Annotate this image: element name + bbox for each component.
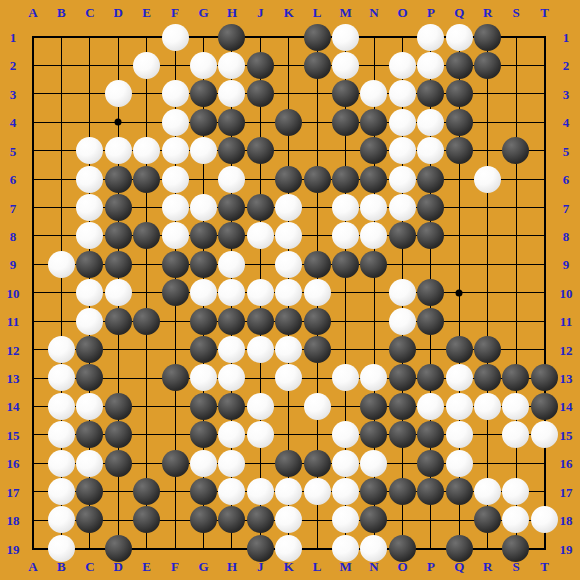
intersection-G16[interactable] [189,449,217,477]
intersection-F10[interactable] [161,278,189,306]
intersection-K7[interactable] [274,193,302,221]
intersection-B3[interactable] [47,80,75,108]
intersection-E14[interactable] [132,392,160,420]
intersection-T12[interactable] [530,335,558,363]
intersection-G4[interactable] [189,108,217,136]
intersection-C15[interactable] [76,420,104,448]
intersection-T5[interactable] [530,136,558,164]
intersection-M4[interactable] [331,108,359,136]
intersection-H1[interactable] [218,23,246,51]
intersection-C12[interactable] [76,335,104,363]
intersection-T9[interactable] [530,250,558,278]
intersection-R14[interactable] [473,392,501,420]
intersection-C18[interactable] [76,506,104,534]
intersection-O13[interactable] [388,364,416,392]
intersection-E13[interactable] [132,364,160,392]
intersection-P3[interactable] [416,80,444,108]
intersection-C10[interactable] [76,278,104,306]
intersection-N11[interactable] [360,307,388,335]
intersection-S8[interactable] [502,222,530,250]
intersection-T18[interactable] [530,506,558,534]
intersection-Q4[interactable] [445,108,473,136]
intersection-K12[interactable] [274,335,302,363]
intersection-R13[interactable] [473,364,501,392]
intersection-K17[interactable] [274,477,302,505]
intersection-E4[interactable] [132,108,160,136]
intersection-K5[interactable] [274,136,302,164]
intersection-A2[interactable] [19,51,47,79]
intersection-R18[interactable] [473,506,501,534]
intersection-P7[interactable] [416,193,444,221]
intersection-G17[interactable] [189,477,217,505]
intersection-B5[interactable] [47,136,75,164]
intersection-H18[interactable] [218,506,246,534]
intersection-A15[interactable] [19,420,47,448]
intersection-E17[interactable] [132,477,160,505]
intersection-A4[interactable] [19,108,47,136]
intersection-D16[interactable] [104,449,132,477]
intersection-O15[interactable] [388,420,416,448]
intersection-J3[interactable] [246,80,274,108]
intersection-S12[interactable] [502,335,530,363]
intersection-M3[interactable] [331,80,359,108]
intersection-F7[interactable] [161,193,189,221]
intersection-B14[interactable] [47,392,75,420]
intersection-C8[interactable] [76,222,104,250]
intersection-E5[interactable] [132,136,160,164]
intersection-R8[interactable] [473,222,501,250]
intersection-D12[interactable] [104,335,132,363]
intersection-C11[interactable] [76,307,104,335]
intersection-R10[interactable] [473,278,501,306]
intersection-J6[interactable] [246,165,274,193]
intersection-N12[interactable] [360,335,388,363]
intersection-T13[interactable] [530,364,558,392]
intersection-B8[interactable] [47,222,75,250]
intersection-A9[interactable] [19,250,47,278]
intersection-A14[interactable] [19,392,47,420]
intersection-F9[interactable] [161,250,189,278]
intersection-A8[interactable] [19,222,47,250]
intersection-T10[interactable] [530,278,558,306]
intersection-M13[interactable] [331,364,359,392]
intersection-P12[interactable] [416,335,444,363]
intersection-J9[interactable] [246,250,274,278]
intersection-H16[interactable] [218,449,246,477]
intersection-O10[interactable] [388,278,416,306]
intersection-M7[interactable] [331,193,359,221]
intersection-P15[interactable] [416,420,444,448]
intersection-H6[interactable] [218,165,246,193]
intersection-E10[interactable] [132,278,160,306]
intersection-J7[interactable] [246,193,274,221]
intersection-C17[interactable] [76,477,104,505]
intersection-L14[interactable] [303,392,331,420]
intersection-F17[interactable] [161,477,189,505]
intersection-N18[interactable] [360,506,388,534]
intersection-P13[interactable] [416,364,444,392]
intersection-L6[interactable] [303,165,331,193]
intersection-P16[interactable] [416,449,444,477]
intersection-P10[interactable] [416,278,444,306]
intersection-F18[interactable] [161,506,189,534]
intersection-S7[interactable] [502,193,530,221]
intersection-Q1[interactable] [445,23,473,51]
intersection-G3[interactable] [189,80,217,108]
intersection-H10[interactable] [218,278,246,306]
intersection-T15[interactable] [530,420,558,448]
intersection-P1[interactable] [416,23,444,51]
intersection-D9[interactable] [104,250,132,278]
intersection-K11[interactable] [274,307,302,335]
intersection-M8[interactable] [331,222,359,250]
intersection-A16[interactable] [19,449,47,477]
intersection-Q15[interactable] [445,420,473,448]
intersection-E7[interactable] [132,193,160,221]
intersection-F13[interactable] [161,364,189,392]
intersection-R3[interactable] [473,80,501,108]
intersection-R1[interactable] [473,23,501,51]
intersection-A18[interactable] [19,506,47,534]
intersection-J14[interactable] [246,392,274,420]
intersection-H12[interactable] [218,335,246,363]
intersection-L12[interactable] [303,335,331,363]
intersection-M2[interactable] [331,51,359,79]
intersection-D17[interactable] [104,477,132,505]
intersection-P18[interactable] [416,506,444,534]
intersection-S1[interactable] [502,23,530,51]
intersection-P11[interactable] [416,307,444,335]
intersection-B2[interactable] [47,51,75,79]
intersection-B7[interactable] [47,193,75,221]
intersection-M12[interactable] [331,335,359,363]
intersection-O6[interactable] [388,165,416,193]
intersection-M1[interactable] [331,23,359,51]
intersection-F8[interactable] [161,222,189,250]
intersection-T3[interactable] [530,80,558,108]
intersection-L7[interactable] [303,193,331,221]
intersection-Q16[interactable] [445,449,473,477]
intersection-Q11[interactable] [445,307,473,335]
intersection-N8[interactable] [360,222,388,250]
intersection-R9[interactable] [473,250,501,278]
intersection-N10[interactable] [360,278,388,306]
intersection-R6[interactable] [473,165,501,193]
intersection-H9[interactable] [218,250,246,278]
intersection-G7[interactable] [189,193,217,221]
intersection-J17[interactable] [246,477,274,505]
intersection-E1[interactable] [132,23,160,51]
intersection-G18[interactable] [189,506,217,534]
intersection-D4[interactable] [104,108,132,136]
intersection-R7[interactable] [473,193,501,221]
intersection-B6[interactable] [47,165,75,193]
intersection-F14[interactable] [161,392,189,420]
intersection-P4[interactable] [416,108,444,136]
intersection-B10[interactable] [47,278,75,306]
intersection-P9[interactable] [416,250,444,278]
intersection-F2[interactable] [161,51,189,79]
intersection-M6[interactable] [331,165,359,193]
intersection-K6[interactable] [274,165,302,193]
intersection-K10[interactable] [274,278,302,306]
intersection-H3[interactable] [218,80,246,108]
intersection-R15[interactable] [473,420,501,448]
intersection-A5[interactable] [19,136,47,164]
intersection-O16[interactable] [388,449,416,477]
intersection-S18[interactable] [502,506,530,534]
intersection-G5[interactable] [189,136,217,164]
intersection-D2[interactable] [104,51,132,79]
intersection-D11[interactable] [104,307,132,335]
intersection-Q7[interactable] [445,193,473,221]
intersection-C5[interactable] [76,136,104,164]
intersection-S3[interactable] [502,80,530,108]
intersection-R2[interactable] [473,51,501,79]
intersection-J18[interactable] [246,506,274,534]
intersection-O11[interactable] [388,307,416,335]
intersection-L9[interactable] [303,250,331,278]
intersection-N5[interactable] [360,136,388,164]
intersection-H11[interactable] [218,307,246,335]
intersection-T1[interactable] [530,23,558,51]
intersection-N16[interactable] [360,449,388,477]
intersection-C1[interactable] [76,23,104,51]
intersection-G14[interactable] [189,392,217,420]
intersection-J10[interactable] [246,278,274,306]
intersection-K18[interactable] [274,506,302,534]
intersection-P14[interactable] [416,392,444,420]
intersection-G12[interactable] [189,335,217,363]
intersection-F15[interactable] [161,420,189,448]
intersection-T14[interactable] [530,392,558,420]
intersection-M15[interactable] [331,420,359,448]
intersection-E11[interactable] [132,307,160,335]
intersection-L3[interactable] [303,80,331,108]
intersection-E3[interactable] [132,80,160,108]
intersection-O1[interactable] [388,23,416,51]
intersection-S6[interactable] [502,165,530,193]
intersection-H15[interactable] [218,420,246,448]
intersection-J5[interactable] [246,136,274,164]
intersection-J4[interactable] [246,108,274,136]
intersection-H8[interactable] [218,222,246,250]
intersection-N1[interactable] [360,23,388,51]
intersection-T7[interactable] [530,193,558,221]
intersection-R17[interactable] [473,477,501,505]
intersection-K16[interactable] [274,449,302,477]
intersection-B1[interactable] [47,23,75,51]
intersection-J12[interactable] [246,335,274,363]
intersection-B15[interactable] [47,420,75,448]
intersection-L8[interactable] [303,222,331,250]
intersection-S14[interactable] [502,392,530,420]
intersection-A10[interactable] [19,278,47,306]
intersection-J15[interactable] [246,420,274,448]
intersection-S11[interactable] [502,307,530,335]
intersection-J16[interactable] [246,449,274,477]
intersection-B11[interactable] [47,307,75,335]
intersection-J1[interactable] [246,23,274,51]
intersection-F1[interactable] [161,23,189,51]
intersection-O17[interactable] [388,477,416,505]
intersection-A11[interactable] [19,307,47,335]
intersection-M14[interactable] [331,392,359,420]
intersection-E18[interactable] [132,506,160,534]
intersection-K4[interactable] [274,108,302,136]
intersection-M18[interactable] [331,506,359,534]
intersection-Q12[interactable] [445,335,473,363]
intersection-Q5[interactable] [445,136,473,164]
intersection-F3[interactable] [161,80,189,108]
intersection-L17[interactable] [303,477,331,505]
intersection-C16[interactable] [76,449,104,477]
intersection-G9[interactable] [189,250,217,278]
intersection-P17[interactable] [416,477,444,505]
intersection-M9[interactable] [331,250,359,278]
intersection-Q10[interactable] [445,278,473,306]
intersection-O2[interactable] [388,51,416,79]
intersection-K15[interactable] [274,420,302,448]
intersection-S10[interactable] [502,278,530,306]
intersection-D13[interactable] [104,364,132,392]
intersection-K13[interactable] [274,364,302,392]
intersection-G10[interactable] [189,278,217,306]
intersection-A7[interactable] [19,193,47,221]
intersection-J2[interactable] [246,51,274,79]
intersection-A13[interactable] [19,364,47,392]
intersection-F6[interactable] [161,165,189,193]
intersection-G1[interactable] [189,23,217,51]
intersection-H4[interactable] [218,108,246,136]
intersection-K9[interactable] [274,250,302,278]
intersection-Q18[interactable] [445,506,473,534]
intersection-Q9[interactable] [445,250,473,278]
intersection-C14[interactable] [76,392,104,420]
intersection-H13[interactable] [218,364,246,392]
intersection-K2[interactable] [274,51,302,79]
intersection-T8[interactable] [530,222,558,250]
intersection-L16[interactable] [303,449,331,477]
intersection-Q2[interactable] [445,51,473,79]
intersection-Q17[interactable] [445,477,473,505]
intersection-E2[interactable] [132,51,160,79]
intersection-E16[interactable] [132,449,160,477]
intersection-F12[interactable] [161,335,189,363]
intersection-D7[interactable] [104,193,132,221]
intersection-K8[interactable] [274,222,302,250]
intersection-B13[interactable] [47,364,75,392]
intersection-S16[interactable] [502,449,530,477]
intersection-G6[interactable] [189,165,217,193]
intersection-Q6[interactable] [445,165,473,193]
intersection-C9[interactable] [76,250,104,278]
intersection-E9[interactable] [132,250,160,278]
intersection-N2[interactable] [360,51,388,79]
intersection-D14[interactable] [104,392,132,420]
intersection-G15[interactable] [189,420,217,448]
intersection-Q3[interactable] [445,80,473,108]
intersection-D8[interactable] [104,222,132,250]
intersection-G8[interactable] [189,222,217,250]
intersection-T2[interactable] [530,51,558,79]
intersection-D1[interactable] [104,23,132,51]
intersection-S9[interactable] [502,250,530,278]
intersection-S13[interactable] [502,364,530,392]
intersection-M5[interactable] [331,136,359,164]
intersection-H17[interactable] [218,477,246,505]
intersection-D15[interactable] [104,420,132,448]
intersection-T11[interactable] [530,307,558,335]
intersection-H7[interactable] [218,193,246,221]
intersection-L10[interactable] [303,278,331,306]
intersection-L15[interactable] [303,420,331,448]
intersection-N9[interactable] [360,250,388,278]
intersection-Q13[interactable] [445,364,473,392]
intersection-A17[interactable] [19,477,47,505]
intersection-O7[interactable] [388,193,416,221]
intersection-N3[interactable] [360,80,388,108]
intersection-S17[interactable] [502,477,530,505]
intersection-O3[interactable] [388,80,416,108]
intersection-N7[interactable] [360,193,388,221]
intersection-O8[interactable] [388,222,416,250]
intersection-A1[interactable] [19,23,47,51]
intersection-S2[interactable] [502,51,530,79]
intersection-G11[interactable] [189,307,217,335]
intersection-B9[interactable] [47,250,75,278]
intersection-M16[interactable] [331,449,359,477]
intersection-J11[interactable] [246,307,274,335]
intersection-C13[interactable] [76,364,104,392]
intersection-L4[interactable] [303,108,331,136]
intersection-E6[interactable] [132,165,160,193]
intersection-B12[interactable] [47,335,75,363]
intersection-O9[interactable] [388,250,416,278]
intersection-S4[interactable] [502,108,530,136]
intersection-D10[interactable] [104,278,132,306]
intersection-N6[interactable] [360,165,388,193]
intersection-T17[interactable] [530,477,558,505]
intersection-N4[interactable] [360,108,388,136]
intersection-O18[interactable] [388,506,416,534]
intersection-R16[interactable] [473,449,501,477]
intersection-P5[interactable] [416,136,444,164]
intersection-O12[interactable] [388,335,416,363]
intersection-F4[interactable] [161,108,189,136]
intersection-N13[interactable] [360,364,388,392]
intersection-N17[interactable] [360,477,388,505]
intersection-S15[interactable] [502,420,530,448]
intersection-L2[interactable] [303,51,331,79]
intersection-B16[interactable] [47,449,75,477]
intersection-B17[interactable] [47,477,75,505]
intersection-L11[interactable] [303,307,331,335]
intersection-G13[interactable] [189,364,217,392]
intersection-N15[interactable] [360,420,388,448]
intersection-Q14[interactable] [445,392,473,420]
intersection-L18[interactable] [303,506,331,534]
intersection-E8[interactable] [132,222,160,250]
intersection-N14[interactable] [360,392,388,420]
intersection-G2[interactable] [189,51,217,79]
intersection-L1[interactable] [303,23,331,51]
intersection-D5[interactable] [104,136,132,164]
intersection-D3[interactable] [104,80,132,108]
intersection-R12[interactable] [473,335,501,363]
intersection-O5[interactable] [388,136,416,164]
intersection-O4[interactable] [388,108,416,136]
